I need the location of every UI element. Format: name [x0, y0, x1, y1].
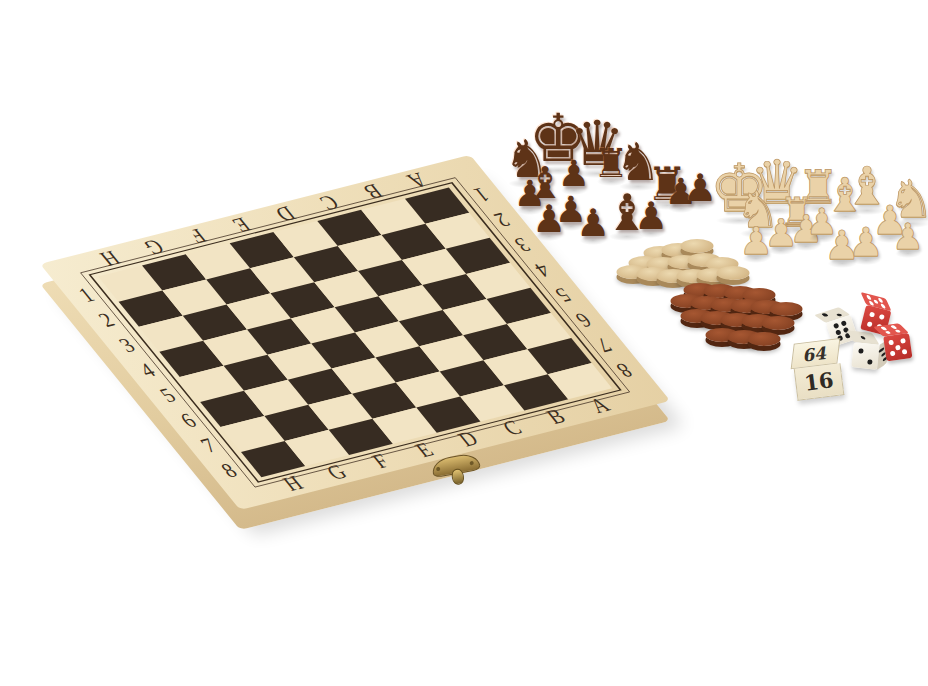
- pip: [841, 320, 847, 326]
- pip: [894, 329, 902, 333]
- pip: [902, 349, 908, 355]
- pip: [835, 329, 841, 335]
- doubling-cube-front-value: 16: [803, 367, 835, 395]
- pip: [866, 295, 872, 300]
- die-face-5: [883, 333, 912, 361]
- pip: [858, 348, 863, 353]
- pip: [888, 339, 894, 345]
- doubling-cube-front-face: 16: [794, 363, 845, 400]
- pip: [869, 311, 875, 317]
- dice-group: [0, 0, 928, 686]
- pip: [867, 359, 872, 364]
- pip: [833, 323, 839, 329]
- pip: [860, 335, 867, 339]
- pip: [821, 313, 829, 317]
- product-photo-scene: HH11GG22FF33EE44DD55CC66BB77AA88 ♞♚♛♜♝♞♜…: [0, 0, 928, 686]
- pip: [878, 297, 884, 302]
- pip: [884, 331, 892, 335]
- red-die: [882, 320, 923, 363]
- pip: [890, 351, 896, 357]
- die-face-2: [851, 342, 879, 370]
- pip: [867, 321, 873, 327]
- pip: [895, 344, 901, 350]
- pip: [900, 338, 906, 344]
- pip: [879, 314, 885, 320]
- doubling-cube: 64 16: [791, 338, 845, 400]
- doubling-cube-top-value: 64: [803, 342, 829, 365]
